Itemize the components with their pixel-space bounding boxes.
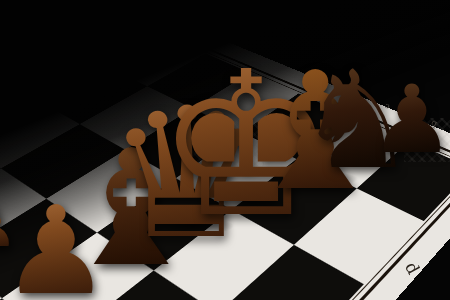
pieces-layer: ♟♟♝♛♚♝♞♟ <box>0 0 450 300</box>
photo-stage: c b d ✕ ♟♟♝♛♚♝♞♟ <box>0 0 450 300</box>
piece-pawn-g8: ♟ <box>370 73 450 167</box>
